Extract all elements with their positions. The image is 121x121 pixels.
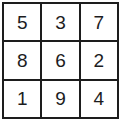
cell-r1c1[interactable]: 5 [4, 4, 40, 40]
cell-value: 3 [55, 13, 66, 32]
cell-r1c2[interactable]: 3 [42, 4, 78, 40]
cell-value: 4 [94, 89, 105, 108]
cell-value: 7 [94, 13, 105, 32]
cell-r2c3[interactable]: 2 [81, 42, 117, 78]
cell-r2c1[interactable]: 8 [4, 42, 40, 78]
number-grid-board: 5 3 7 8 6 2 1 9 4 [2, 2, 119, 119]
cell-r1c3[interactable]: 7 [81, 4, 117, 40]
cell-value: 8 [17, 51, 28, 70]
cell-value: 9 [55, 89, 66, 108]
cell-value: 1 [17, 89, 28, 108]
cell-r3c3[interactable]: 4 [81, 81, 117, 117]
cell-value: 5 [17, 13, 28, 32]
cell-value: 2 [94, 51, 105, 70]
cell-r3c1[interactable]: 1 [4, 81, 40, 117]
cell-r3c2[interactable]: 9 [42, 81, 78, 117]
cell-r2c2[interactable]: 6 [42, 42, 78, 78]
cell-value: 6 [55, 51, 66, 70]
